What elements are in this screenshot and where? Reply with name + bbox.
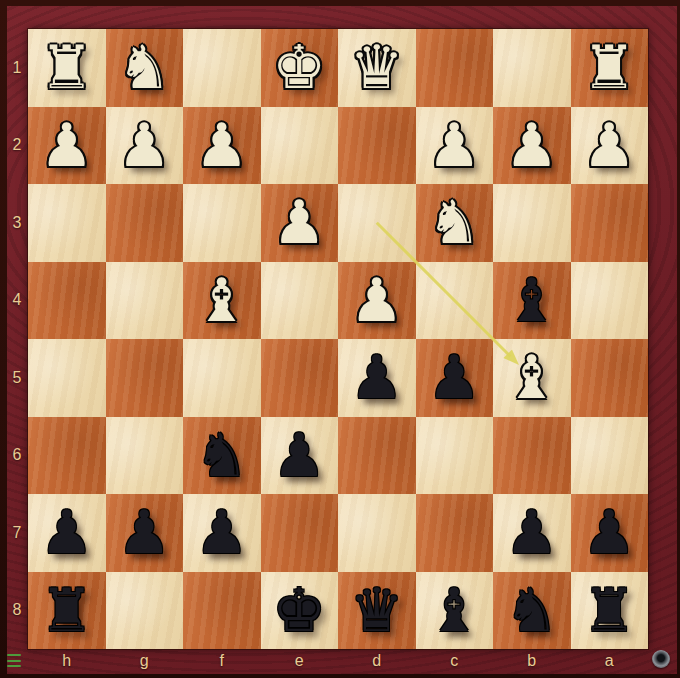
file-label-d: d (338, 648, 416, 674)
square-f1[interactable] (183, 29, 261, 107)
file-label-b: b (493, 648, 571, 674)
square-d6[interactable] (338, 417, 416, 495)
white-rook[interactable]: ♜ (40, 29, 94, 106)
hamburger-menu-icon[interactable] (7, 653, 23, 668)
square-e5[interactable] (261, 339, 339, 417)
black-pawn[interactable]: ♟ (272, 417, 326, 494)
square-b2[interactable]: ♟ (493, 107, 571, 185)
rank-label-2: 2 (6, 107, 28, 185)
square-g3[interactable] (106, 184, 184, 262)
black-queen[interactable]: ♛ (350, 572, 404, 649)
file-labels: hgfedcba (28, 648, 648, 674)
square-e2[interactable] (261, 107, 339, 185)
black-knight[interactable]: ♞ (195, 417, 249, 494)
square-a3[interactable] (571, 184, 649, 262)
square-h8[interactable]: ♜ (28, 572, 106, 650)
black-king[interactable]: ♚ (272, 572, 326, 649)
square-e3[interactable]: ♟ (261, 184, 339, 262)
rank-label-3: 3 (6, 184, 28, 262)
file-label-g: g (106, 648, 184, 674)
rank-labels: 12345678 (6, 29, 28, 649)
rank-label-4: 4 (6, 262, 28, 340)
black-pawn[interactable]: ♟ (350, 339, 404, 416)
square-d8[interactable]: ♛ (338, 572, 416, 650)
square-f6[interactable]: ♞ (183, 417, 261, 495)
white-rook[interactable]: ♜ (582, 29, 636, 106)
square-f3[interactable] (183, 184, 261, 262)
square-a6[interactable] (571, 417, 649, 495)
black-rook[interactable]: ♜ (40, 572, 94, 649)
square-g7[interactable]: ♟ (106, 494, 184, 572)
black-pawn[interactable]: ♟ (582, 494, 636, 571)
black-rook[interactable]: ♜ (582, 572, 636, 649)
square-d7[interactable] (338, 494, 416, 572)
square-c6[interactable] (416, 417, 494, 495)
white-pawn[interactable]: ♟ (350, 262, 404, 339)
black-bishop[interactable]: ♝ (427, 572, 481, 649)
square-c5[interactable]: ♟ (416, 339, 494, 417)
square-h7[interactable]: ♟ (28, 494, 106, 572)
square-g6[interactable] (106, 417, 184, 495)
square-h6[interactable] (28, 417, 106, 495)
white-pawn[interactable]: ♟ (272, 184, 326, 261)
white-queen[interactable]: ♛ (350, 29, 404, 106)
square-a1[interactable]: ♜ (571, 29, 649, 107)
black-pawn[interactable]: ♟ (505, 494, 559, 571)
white-knight[interactable]: ♞ (427, 184, 481, 261)
white-pawn[interactable]: ♟ (505, 107, 559, 184)
black-pawn[interactable]: ♟ (117, 494, 171, 571)
file-label-f: f (183, 648, 261, 674)
square-a8[interactable]: ♜ (571, 572, 649, 650)
square-g5[interactable] (106, 339, 184, 417)
square-c3[interactable]: ♞ (416, 184, 494, 262)
square-e1[interactable]: ♚ (261, 29, 339, 107)
square-c7[interactable] (416, 494, 494, 572)
square-c1[interactable] (416, 29, 494, 107)
square-b1[interactable] (493, 29, 571, 107)
rank-label-1: 1 (6, 29, 28, 107)
rank-label-7: 7 (6, 494, 28, 572)
file-label-c: c (416, 648, 494, 674)
file-label-a: a (571, 648, 649, 674)
square-a5[interactable] (571, 339, 649, 417)
square-f8[interactable] (183, 572, 261, 650)
square-b8[interactable]: ♞ (493, 572, 571, 650)
square-g8[interactable] (106, 572, 184, 650)
square-g4[interactable] (106, 262, 184, 340)
white-pawn[interactable]: ♟ (195, 107, 249, 184)
square-e6[interactable]: ♟ (261, 417, 339, 495)
square-f7[interactable]: ♟ (183, 494, 261, 572)
rank-label-5: 5 (6, 339, 28, 417)
square-a7[interactable]: ♟ (571, 494, 649, 572)
square-e8[interactable]: ♚ (261, 572, 339, 650)
square-f4[interactable]: ♝ (183, 262, 261, 340)
square-d2[interactable] (338, 107, 416, 185)
square-h5[interactable] (28, 339, 106, 417)
square-b7[interactable]: ♟ (493, 494, 571, 572)
square-h2[interactable]: ♟ (28, 107, 106, 185)
square-h4[interactable] (28, 262, 106, 340)
white-knight[interactable]: ♞ (117, 29, 171, 106)
black-bishop[interactable]: ♝ (505, 262, 559, 339)
white-king[interactable]: ♚ (272, 29, 326, 106)
square-g1[interactable]: ♞ (106, 29, 184, 107)
square-c2[interactable]: ♟ (416, 107, 494, 185)
square-d1[interactable]: ♛ (338, 29, 416, 107)
square-a4[interactable] (571, 262, 649, 340)
white-bishop[interactable]: ♝ (195, 262, 249, 339)
square-f2[interactable]: ♟ (183, 107, 261, 185)
white-pawn[interactable]: ♟ (40, 107, 94, 184)
square-g2[interactable]: ♟ (106, 107, 184, 185)
square-a2[interactable]: ♟ (571, 107, 649, 185)
white-pawn[interactable]: ♟ (117, 107, 171, 184)
square-b5[interactable]: ♝ (493, 339, 571, 417)
gray-dot-button[interactable] (652, 650, 670, 668)
white-pawn[interactable]: ♟ (427, 107, 481, 184)
file-label-h: h (28, 648, 106, 674)
board: ♜♞♚♛♜♟♟♟♟♟♟♟♞♝♟♝♟♟♝♞♟♟♟♟♟♟♜♚♛♝♞♜ (28, 29, 648, 649)
square-c8[interactable]: ♝ (416, 572, 494, 650)
rank-label-8: 8 (6, 572, 28, 650)
file-label-e: e (261, 648, 339, 674)
square-c4[interactable] (416, 262, 494, 340)
square-d3[interactable] (338, 184, 416, 262)
chess-app-window: 12345678 ♜♞♚♛♜♟♟♟♟♟♟♟♞♝♟♝♟♟♝♞♟♟♟♟♟♟♜♚♛♝♞… (0, 0, 680, 678)
black-pawn[interactable]: ♟ (40, 494, 94, 571)
black-pawn[interactable]: ♟ (195, 494, 249, 571)
square-h1[interactable]: ♜ (28, 29, 106, 107)
square-d5[interactable]: ♟ (338, 339, 416, 417)
black-pawn[interactable]: ♟ (427, 339, 481, 416)
square-e4[interactable] (261, 262, 339, 340)
rank-label-6: 6 (6, 417, 28, 495)
white-pawn[interactable]: ♟ (582, 107, 636, 184)
black-knight[interactable]: ♞ (505, 572, 559, 649)
square-h3[interactable] (28, 184, 106, 262)
white-bishop[interactable]: ♝ (505, 339, 559, 416)
square-b6[interactable] (493, 417, 571, 495)
square-b3[interactable] (493, 184, 571, 262)
square-d4[interactable]: ♟ (338, 262, 416, 340)
square-f5[interactable] (183, 339, 261, 417)
square-b4[interactable]: ♝ (493, 262, 571, 340)
square-e7[interactable] (261, 494, 339, 572)
